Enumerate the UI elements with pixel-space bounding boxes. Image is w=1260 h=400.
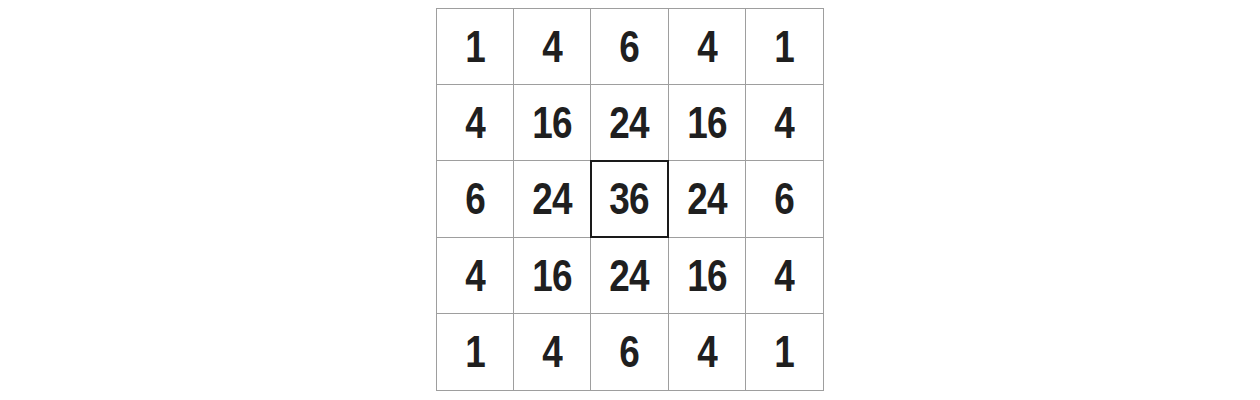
cell-value: 24	[687, 176, 726, 221]
cell-value: 6	[620, 329, 640, 374]
cell-value: 4	[697, 24, 717, 69]
cell-value: 24	[610, 100, 649, 145]
grid-cell: 6	[591, 9, 668, 85]
cell-value: 1	[775, 24, 795, 69]
grid-cell: 6	[591, 314, 668, 390]
grid-cell: 4	[669, 9, 746, 85]
cell-value: 6	[775, 176, 795, 221]
cell-value: 24	[533, 176, 572, 221]
cell-value: 4	[465, 253, 485, 298]
grid-cell: 4	[746, 85, 823, 161]
cell-value: 16	[687, 100, 726, 145]
cell-value: 1	[465, 24, 485, 69]
grid-cell: 4	[746, 238, 823, 314]
cell-value: 36	[610, 176, 649, 221]
grid-cell: 16	[514, 85, 591, 161]
grid-cell: 24	[669, 161, 746, 237]
grid-cell: 1	[746, 314, 823, 390]
cell-value: 6	[620, 24, 640, 69]
cell-value: 24	[610, 253, 649, 298]
grid-cell: 24	[591, 85, 668, 161]
number-grid-board: 1464141624164624362464162416414641	[436, 8, 824, 391]
cell-value: 16	[533, 100, 572, 145]
grid-cell: 4	[514, 314, 591, 390]
grid-cell: 24	[591, 238, 668, 314]
grid-cell: 4	[437, 238, 514, 314]
cell-value: 4	[542, 329, 562, 374]
grid-cell: 4	[669, 314, 746, 390]
grid-cell: 16	[669, 238, 746, 314]
grid-cell: 1	[437, 314, 514, 390]
grid-cell: 16	[669, 85, 746, 161]
cell-value: 4	[697, 329, 717, 374]
grid-cell: 6	[746, 161, 823, 237]
page-background: 1464141624164624362464162416414641	[0, 0, 1260, 400]
grid-cell: 16	[514, 238, 591, 314]
cell-value: 6	[465, 176, 485, 221]
grid-cell: 1	[437, 9, 514, 85]
cell-value: 4	[465, 100, 485, 145]
cell-value: 4	[775, 100, 795, 145]
cell-value: 4	[542, 24, 562, 69]
highlighted-grid-cell: 36	[591, 161, 668, 237]
cell-value: 16	[533, 253, 572, 298]
cell-value: 1	[465, 329, 485, 374]
grid-cell: 4	[437, 85, 514, 161]
grid-cell: 24	[514, 161, 591, 237]
grid-cell: 6	[437, 161, 514, 237]
cell-value: 16	[687, 253, 726, 298]
cell-value: 1	[775, 329, 795, 374]
grid-cell: 1	[746, 9, 823, 85]
grid-cell: 4	[514, 9, 591, 85]
cell-value: 4	[775, 253, 795, 298]
